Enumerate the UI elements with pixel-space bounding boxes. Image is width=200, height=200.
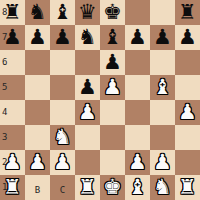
square-g8[interactable] (150, 0, 175, 25)
black-rook[interactable]: ♜ (178, 0, 197, 25)
white-pawn[interactable]: ♟ (103, 75, 122, 100)
square-h6[interactable] (175, 50, 200, 75)
square-e4[interactable] (100, 100, 125, 125)
file-label-b: B (25, 185, 50, 195)
black-knight[interactable]: ♞ (78, 25, 97, 50)
square-b8[interactable]: ♞ (25, 0, 50, 25)
rank-label-6: 6 (2, 57, 7, 67)
rank-label-5: 5 (2, 82, 7, 92)
square-f6[interactable] (125, 50, 150, 75)
black-bishop[interactable]: ♝ (53, 0, 72, 25)
square-g1[interactable]: ♞ (150, 175, 175, 200)
white-rook[interactable]: ♜ (3, 175, 22, 200)
rank-label-4: 4 (2, 107, 7, 117)
square-h3[interactable] (175, 125, 200, 150)
square-f4[interactable] (125, 100, 150, 125)
square-c4[interactable] (50, 100, 75, 125)
square-a7[interactable]: ♟ (0, 25, 25, 50)
white-rook[interactable]: ♜ (78, 175, 97, 200)
square-a2[interactable]: ♟ (0, 150, 25, 175)
black-pawn[interactable]: ♟ (103, 50, 122, 75)
white-pawn[interactable]: ♟ (178, 100, 197, 125)
square-g2[interactable]: ♟ (150, 150, 175, 175)
black-pawn[interactable]: ♟ (178, 25, 197, 50)
square-d8[interactable]: ♛ (75, 0, 100, 25)
square-a8[interactable]: ♜ (0, 0, 25, 25)
white-king[interactable]: ♚ (103, 175, 122, 200)
black-pawn[interactable]: ♟ (28, 25, 47, 50)
square-g7[interactable]: ♟ (150, 25, 175, 50)
square-c7[interactable]: ♟ (50, 25, 75, 50)
square-e5[interactable]: ♟ (100, 75, 125, 100)
white-pawn[interactable]: ♟ (128, 150, 147, 175)
square-h2[interactable] (175, 150, 200, 175)
square-f8[interactable] (125, 0, 150, 25)
black-pawn[interactable]: ♟ (78, 75, 97, 100)
white-knight[interactable]: ♞ (153, 175, 172, 200)
chess-board: ♜♞♝♛♚♜♟♟♟♞♝♟♟♟♟♟♟♝♟♟♞♟♟♟♟♟♜♜♚♝♞♜87654321… (0, 0, 200, 200)
square-f2[interactable]: ♟ (125, 150, 150, 175)
square-f3[interactable] (125, 125, 150, 150)
square-h4[interactable]: ♟ (175, 100, 200, 125)
square-d5[interactable]: ♟ (75, 75, 100, 100)
square-c3[interactable]: ♞ (50, 125, 75, 150)
white-knight[interactable]: ♞ (53, 125, 72, 150)
square-f1[interactable]: ♝ (125, 175, 150, 200)
square-h7[interactable]: ♟ (175, 25, 200, 50)
square-e7[interactable]: ♝ (100, 25, 125, 50)
square-a1[interactable]: ♜ (0, 175, 25, 200)
square-d1[interactable]: ♜ (75, 175, 100, 200)
square-f7[interactable]: ♟ (125, 25, 150, 50)
square-c2[interactable]: ♟ (50, 150, 75, 175)
square-e2[interactable] (100, 150, 125, 175)
white-pawn[interactable]: ♟ (28, 150, 47, 175)
square-b5[interactable] (25, 75, 50, 100)
rank-label-3: 3 (2, 132, 7, 142)
white-bishop[interactable]: ♝ (128, 175, 147, 200)
square-b4[interactable] (25, 100, 50, 125)
black-king[interactable]: ♚ (103, 0, 122, 25)
square-c5[interactable] (50, 75, 75, 100)
square-c6[interactable] (50, 50, 75, 75)
square-b6[interactable] (25, 50, 50, 75)
square-g3[interactable] (150, 125, 175, 150)
square-d6[interactable] (75, 50, 100, 75)
square-c8[interactable]: ♝ (50, 0, 75, 25)
square-h1[interactable]: ♜ (175, 175, 200, 200)
black-pawn[interactable]: ♟ (153, 25, 172, 50)
white-pawn[interactable]: ♟ (3, 150, 22, 175)
black-rook[interactable]: ♜ (3, 0, 22, 25)
square-b2[interactable]: ♟ (25, 150, 50, 175)
square-b3[interactable] (25, 125, 50, 150)
square-e1[interactable]: ♚ (100, 175, 125, 200)
square-d3[interactable] (75, 125, 100, 150)
black-queen[interactable]: ♛ (78, 0, 97, 25)
square-b7[interactable]: ♟ (25, 25, 50, 50)
black-knight[interactable]: ♞ (28, 0, 47, 25)
white-pawn[interactable]: ♟ (78, 100, 97, 125)
square-g4[interactable] (150, 100, 175, 125)
square-e8[interactable]: ♚ (100, 0, 125, 25)
square-d2[interactable] (75, 150, 100, 175)
square-h5[interactable] (175, 75, 200, 100)
black-pawn[interactable]: ♟ (53, 25, 72, 50)
white-pawn[interactable]: ♟ (153, 150, 172, 175)
square-g5[interactable]: ♝ (150, 75, 175, 100)
white-rook[interactable]: ♜ (178, 175, 197, 200)
square-e6[interactable]: ♟ (100, 50, 125, 75)
black-bishop[interactable]: ♝ (103, 25, 122, 50)
square-d7[interactable]: ♞ (75, 25, 100, 50)
file-label-c: C (50, 185, 75, 195)
square-f5[interactable] (125, 75, 150, 100)
white-pawn[interactable]: ♟ (53, 150, 72, 175)
square-d4[interactable]: ♟ (75, 100, 100, 125)
square-e3[interactable] (100, 125, 125, 150)
square-g6[interactable] (150, 50, 175, 75)
black-pawn[interactable]: ♟ (128, 25, 147, 50)
square-h8[interactable]: ♜ (175, 0, 200, 25)
white-bishop[interactable]: ♝ (153, 75, 172, 100)
black-pawn[interactable]: ♟ (3, 25, 22, 50)
